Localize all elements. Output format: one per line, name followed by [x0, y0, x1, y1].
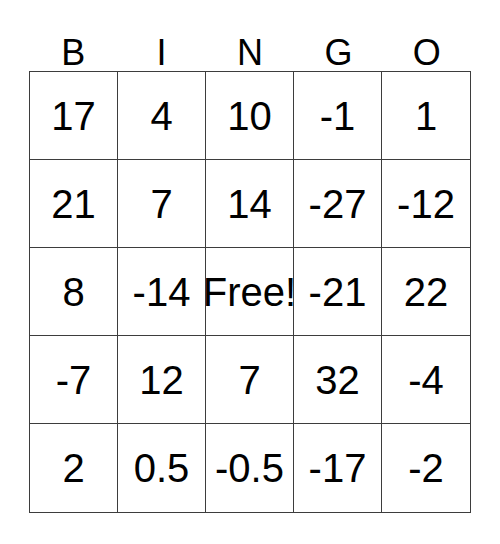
- bingo-cell-r1c3[interactable]: 10: [206, 72, 294, 160]
- bingo-cell-r4c2[interactable]: 12: [118, 336, 206, 424]
- bingo-cell-r4c1[interactable]: -7: [30, 336, 118, 424]
- bingo-cell-r5c1[interactable]: 2: [30, 424, 118, 512]
- bingo-cell-r2c2[interactable]: 7: [118, 160, 206, 248]
- bingo-cell-r2c3[interactable]: 14: [206, 160, 294, 248]
- bingo-cell-r1c5[interactable]: 1: [382, 72, 470, 160]
- column-letter-b: B: [29, 0, 117, 71]
- bingo-cell-r5c4[interactable]: -17: [294, 424, 382, 512]
- bingo-grid: 17410-1121714-27-128-14Free!-2122-712732…: [29, 71, 471, 513]
- bingo-cell-r4c3[interactable]: 7: [206, 336, 294, 424]
- bingo-cell-r4c4[interactable]: 32: [294, 336, 382, 424]
- bingo-header: BINGO: [29, 0, 471, 71]
- column-letter-o: O: [383, 0, 471, 71]
- column-letter-i: I: [117, 0, 205, 71]
- bingo-cell-r5c3[interactable]: -0.5: [206, 424, 294, 512]
- bingo-cell-r2c5[interactable]: -12: [382, 160, 470, 248]
- bingo-cell-r1c1[interactable]: 17: [30, 72, 118, 160]
- bingo-cell-r2c4[interactable]: -27: [294, 160, 382, 248]
- bingo-cell-r5c2[interactable]: 0.5: [118, 424, 206, 512]
- bingo-cell-r1c4[interactable]: -1: [294, 72, 382, 160]
- bingo-cell-r3c2[interactable]: -14: [118, 248, 206, 336]
- bingo-cell-r4c5[interactable]: -4: [382, 336, 470, 424]
- free-cell[interactable]: Free!: [206, 248, 294, 336]
- column-letter-n: N: [206, 0, 294, 71]
- bingo-cell-r3c5[interactable]: 22: [382, 248, 470, 336]
- column-letter-g: G: [294, 0, 382, 71]
- bingo-card: { "game": "bingo", "position": "17,4,10,…: [0, 0, 500, 544]
- bingo-cell-r3c4[interactable]: -21: [294, 248, 382, 336]
- bingo-cell-r5c5[interactable]: -2: [382, 424, 470, 512]
- bingo-cell-r1c2[interactable]: 4: [118, 72, 206, 160]
- bingo-cell-r3c1[interactable]: 8: [30, 248, 118, 336]
- bingo-cell-r2c1[interactable]: 21: [30, 160, 118, 248]
